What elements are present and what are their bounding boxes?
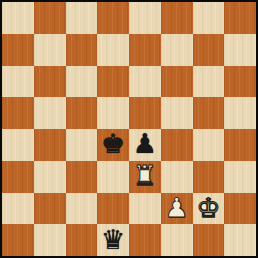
square-h6[interactable] [224, 66, 256, 98]
square-f4[interactable] [161, 129, 193, 161]
square-a1[interactable] [2, 224, 34, 256]
square-a3[interactable] [2, 161, 34, 193]
square-f8[interactable] [161, 2, 193, 34]
square-g3[interactable] [193, 161, 225, 193]
chess-board: ♚♟♜♟♚♛ [2, 2, 256, 256]
square-d5[interactable] [97, 97, 129, 129]
square-e1[interactable] [129, 224, 161, 256]
square-g5[interactable] [193, 97, 225, 129]
square-b3[interactable] [34, 161, 66, 193]
square-f3[interactable] [161, 161, 193, 193]
square-e3[interactable]: ♜ [129, 161, 161, 193]
square-h1[interactable] [224, 224, 256, 256]
square-d1[interactable]: ♛ [97, 224, 129, 256]
square-a4[interactable] [2, 129, 34, 161]
square-h8[interactable] [224, 2, 256, 34]
square-h7[interactable] [224, 34, 256, 66]
piece-black-king[interactable]: ♚ [101, 130, 125, 157]
square-e6[interactable] [129, 66, 161, 98]
square-f1[interactable] [161, 224, 193, 256]
square-g8[interactable] [193, 2, 225, 34]
square-b8[interactable] [34, 2, 66, 34]
square-f7[interactable] [161, 34, 193, 66]
piece-black-pawn[interactable]: ♟ [133, 130, 157, 157]
square-c7[interactable] [66, 34, 98, 66]
square-g4[interactable] [193, 129, 225, 161]
square-b2[interactable] [34, 193, 66, 225]
square-a6[interactable] [2, 66, 34, 98]
square-c6[interactable] [66, 66, 98, 98]
square-b7[interactable] [34, 34, 66, 66]
square-e8[interactable] [129, 2, 161, 34]
square-b5[interactable] [34, 97, 66, 129]
square-h4[interactable] [224, 129, 256, 161]
piece-black-queen[interactable]: ♛ [101, 226, 125, 253]
piece-white-rook[interactable]: ♜ [133, 162, 157, 189]
square-b6[interactable] [34, 66, 66, 98]
square-h3[interactable] [224, 161, 256, 193]
square-g2[interactable]: ♚ [193, 193, 225, 225]
square-e5[interactable] [129, 97, 161, 129]
square-d2[interactable] [97, 193, 129, 225]
piece-white-pawn[interactable]: ♟ [165, 194, 189, 221]
square-c1[interactable] [66, 224, 98, 256]
square-h5[interactable] [224, 97, 256, 129]
square-h2[interactable] [224, 193, 256, 225]
square-d4[interactable]: ♚ [97, 129, 129, 161]
square-a8[interactable] [2, 2, 34, 34]
square-c4[interactable] [66, 129, 98, 161]
square-f6[interactable] [161, 66, 193, 98]
square-a2[interactable] [2, 193, 34, 225]
square-c2[interactable] [66, 193, 98, 225]
square-a7[interactable] [2, 34, 34, 66]
square-d3[interactable] [97, 161, 129, 193]
square-e2[interactable] [129, 193, 161, 225]
chess-board-frame: ♚♟♜♟♚♛ [0, 0, 258, 258]
square-f5[interactable] [161, 97, 193, 129]
square-a5[interactable] [2, 97, 34, 129]
square-b1[interactable] [34, 224, 66, 256]
piece-white-king[interactable]: ♚ [196, 194, 220, 221]
square-c5[interactable] [66, 97, 98, 129]
square-e7[interactable] [129, 34, 161, 66]
square-g6[interactable] [193, 66, 225, 98]
square-f2[interactable]: ♟ [161, 193, 193, 225]
square-g7[interactable] [193, 34, 225, 66]
square-e4[interactable]: ♟ [129, 129, 161, 161]
square-c8[interactable] [66, 2, 98, 34]
square-c3[interactable] [66, 161, 98, 193]
square-g1[interactable] [193, 224, 225, 256]
square-d8[interactable] [97, 2, 129, 34]
square-d7[interactable] [97, 34, 129, 66]
square-d6[interactable] [97, 66, 129, 98]
square-b4[interactable] [34, 129, 66, 161]
